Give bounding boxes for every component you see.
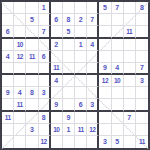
cell-r12c9-given[interactable]: 3 — [99, 136, 111, 148]
cell-r5c6-empty[interactable] — [63, 51, 75, 63]
cell-r2c12-empty[interactable] — [136, 14, 148, 26]
cell-r7c9-given[interactable]: 12 — [99, 75, 111, 87]
cell-r3c9-empty[interactable] — [99, 26, 111, 38]
cell-r11c9-empty[interactable] — [99, 124, 111, 136]
cell-r8c8-empty[interactable] — [87, 87, 99, 99]
cell-r8c10-empty[interactable] — [112, 87, 124, 99]
cell-r2c8-given[interactable]: 7 — [87, 14, 99, 26]
cell-r2c3-given[interactable]: 5 — [26, 14, 38, 26]
cell-r2c7-given[interactable]: 2 — [75, 14, 87, 26]
cell-r1c5-empty[interactable] — [51, 2, 63, 14]
cell-r4c7-given[interactable]: 1 — [75, 39, 87, 51]
cell-r3c1-given[interactable]: 6 — [2, 26, 14, 38]
cell-r12c3-empty[interactable] — [26, 136, 38, 148]
cell-r9c9-empty[interactable] — [99, 99, 111, 111]
cell-r9c12-empty[interactable] — [136, 99, 148, 111]
cell-r7c12-given[interactable]: 3 — [136, 75, 148, 87]
cell-r11c3-given[interactable]: 3 — [26, 124, 38, 136]
cell-r3c10-empty[interactable] — [112, 26, 124, 38]
cell-r12c4-given[interactable]: 12 — [39, 136, 51, 148]
cell-r2c9-empty[interactable] — [99, 14, 111, 26]
cell-r10c8-empty[interactable] — [87, 112, 99, 124]
cell-r8c5-empty[interactable] — [51, 87, 63, 99]
cell-r4c3-empty[interactable] — [26, 39, 38, 51]
cell-r6c8-empty[interactable] — [87, 63, 99, 75]
cell-r5c7-empty[interactable] — [75, 51, 87, 63]
cell-r10c4-given[interactable]: 8 — [39, 112, 51, 124]
cell-r2c11-empty[interactable] — [124, 14, 136, 26]
cell-r9c6-empty[interactable] — [63, 99, 75, 111]
cell-r1c2-empty[interactable] — [14, 2, 26, 14]
cell-r5c3-given[interactable]: 11 — [26, 51, 38, 63]
cell-r3c7-empty[interactable] — [75, 26, 87, 38]
cell-r3c3-empty[interactable] — [26, 26, 38, 38]
cell-r10c10-empty[interactable] — [112, 112, 124, 124]
cell-r10c12-empty[interactable] — [136, 112, 148, 124]
cell-r9c2-given[interactable]: 11 — [14, 99, 26, 111]
cell-r3c5-empty[interactable] — [51, 26, 63, 38]
cell-r11c5-given[interactable]: 10 — [51, 124, 63, 136]
cell-r5c2-given[interactable]: 12 — [14, 51, 26, 63]
cell-r5c11-empty[interactable] — [124, 51, 136, 63]
cell-r10c1-given[interactable]: 11 — [2, 112, 14, 124]
cell-r4c8-given[interactable]: 4 — [87, 39, 99, 51]
cell-r4c4-empty[interactable] — [39, 39, 51, 51]
cell-r1c6-empty[interactable] — [63, 2, 75, 14]
sudoku-board: 1578568276751110214412116119474121039483… — [0, 0, 150, 150]
cell-r8c2-given[interactable]: 4 — [14, 87, 26, 99]
cell-r7c1-empty[interactable] — [2, 75, 14, 87]
cell-r6c5-given[interactable]: 11 — [51, 63, 63, 75]
cell-r2c5-given[interactable]: 6 — [51, 14, 63, 26]
cell-r4c9-empty[interactable] — [99, 39, 111, 51]
cell-r10c2-empty[interactable] — [14, 112, 26, 124]
cell-r8c7-empty[interactable] — [75, 87, 87, 99]
cell-r12c7-empty[interactable] — [75, 136, 87, 148]
cell-r1c4-given[interactable]: 1 — [39, 2, 51, 14]
cell-r10c3-empty[interactable] — [26, 112, 38, 124]
cell-r2c4-empty[interactable] — [39, 14, 51, 26]
cell-r5c1-given[interactable]: 4 — [2, 51, 14, 63]
cell-r6c2-empty[interactable] — [14, 63, 26, 75]
cell-r11c12-empty[interactable] — [136, 124, 148, 136]
cell-r3c2-empty[interactable] — [14, 26, 26, 38]
cell-r9c1-empty[interactable] — [2, 99, 14, 111]
cell-r1c10-given[interactable]: 7 — [112, 2, 124, 14]
cell-r4c2-given[interactable]: 10 — [14, 39, 26, 51]
cell-r2c1-empty[interactable] — [2, 14, 14, 26]
cell-r3c6-given[interactable]: 5 — [63, 26, 75, 38]
cell-r6c9-given[interactable]: 9 — [99, 63, 111, 75]
cell-r7c4-empty[interactable] — [39, 75, 51, 87]
cell-r9c10-empty[interactable] — [112, 99, 124, 111]
cell-r7c5-given[interactable]: 4 — [51, 75, 63, 87]
cell-r10c11-given[interactable]: 7 — [124, 112, 136, 124]
cell-r2c2-empty[interactable] — [14, 14, 26, 26]
cell-r3c12-empty[interactable] — [136, 26, 148, 38]
cell-r4c11-empty[interactable] — [124, 39, 136, 51]
cell-r1c3-empty[interactable] — [26, 2, 38, 14]
cell-r10c7-empty[interactable] — [75, 112, 87, 124]
cell-r12c2-empty[interactable] — [14, 136, 26, 148]
cell-r8c4-given[interactable]: 3 — [39, 87, 51, 99]
cell-r1c12-given[interactable]: 8 — [136, 2, 148, 14]
cell-r1c11-empty[interactable] — [124, 2, 136, 14]
cell-r1c1-empty[interactable] — [2, 2, 14, 14]
cell-r6c7-empty[interactable] — [75, 63, 87, 75]
cell-r12c6-empty[interactable] — [63, 136, 75, 148]
cell-r9c3-empty[interactable] — [26, 99, 38, 111]
cell-r12c11-empty[interactable] — [124, 136, 136, 148]
cell-r5c10-empty[interactable] — [112, 51, 124, 63]
cell-r5c12-empty[interactable] — [136, 51, 148, 63]
cell-r2c10-empty[interactable] — [112, 14, 124, 26]
cell-r1c8-empty[interactable] — [87, 2, 99, 14]
cell-r11c11-empty[interactable] — [124, 124, 136, 136]
cell-r12c1-empty[interactable] — [2, 136, 14, 148]
cell-r9c5-given[interactable]: 9 — [51, 99, 63, 111]
cell-r8c11-empty[interactable] — [124, 87, 136, 99]
cell-r3c4-given[interactable]: 7 — [39, 26, 51, 38]
cell-r6c1-empty[interactable] — [2, 63, 14, 75]
cell-r4c12-empty[interactable] — [136, 39, 148, 51]
cell-r3c8-empty[interactable] — [87, 26, 99, 38]
cell-r4c10-empty[interactable] — [112, 39, 124, 51]
cell-r6c10-given[interactable]: 4 — [112, 63, 124, 75]
cell-r11c8-given[interactable]: 12 — [87, 124, 99, 136]
cell-r5c5-empty[interactable] — [51, 51, 63, 63]
cell-r12c8-empty[interactable] — [87, 136, 99, 148]
cell-r11c10-empty[interactable] — [112, 124, 124, 136]
cell-r9c4-empty[interactable] — [39, 99, 51, 111]
cell-r12c5-empty[interactable] — [51, 136, 63, 148]
cell-r7c6-empty[interactable] — [63, 75, 75, 87]
cell-r2c6-given[interactable]: 8 — [63, 14, 75, 26]
cell-r12c10-given[interactable]: 5 — [112, 136, 124, 148]
cell-r1c9-given[interactable]: 5 — [99, 2, 111, 14]
cell-r9c8-given[interactable]: 3 — [87, 99, 99, 111]
cell-r5c4-given[interactable]: 6 — [39, 51, 51, 63]
cell-r8c3-given[interactable]: 8 — [26, 87, 38, 99]
cell-r11c7-given[interactable]: 11 — [75, 124, 87, 136]
cell-r4c5-given[interactable]: 2 — [51, 39, 63, 51]
cell-r6c11-empty[interactable] — [124, 63, 136, 75]
cell-r6c12-given[interactable]: 7 — [136, 63, 148, 75]
cell-r6c6-empty[interactable] — [63, 63, 75, 75]
cell-r9c7-given[interactable]: 6 — [75, 99, 87, 111]
cell-r5c9-empty[interactable] — [99, 51, 111, 63]
cell-r7c2-empty[interactable] — [14, 75, 26, 87]
cell-r7c8-empty[interactable] — [87, 75, 99, 87]
cell-r4c1-empty[interactable] — [2, 39, 14, 51]
cell-r12c12-given[interactable]: 11 — [136, 136, 148, 148]
cell-r7c7-empty[interactable] — [75, 75, 87, 87]
cell-r7c3-empty[interactable] — [26, 75, 38, 87]
cell-r1c7-empty[interactable] — [75, 2, 87, 14]
cell-r3c11-given[interactable]: 11 — [124, 26, 136, 38]
cell-r6c3-empty[interactable] — [26, 63, 38, 75]
cell-r8c1-given[interactable]: 9 — [2, 87, 14, 99]
cell-r10c6-given[interactable]: 9 — [63, 112, 75, 124]
cell-r11c4-empty[interactable] — [39, 124, 51, 136]
cell-r11c2-empty[interactable] — [14, 124, 26, 136]
cell-r4c6-empty[interactable] — [63, 39, 75, 51]
cell-r10c5-empty[interactable] — [51, 112, 63, 124]
cell-r8c9-empty[interactable] — [99, 87, 111, 99]
cell-r7c10-given[interactable]: 10 — [112, 75, 124, 87]
cell-r10c9-empty[interactable] — [99, 112, 111, 124]
cell-r7c11-empty[interactable] — [124, 75, 136, 87]
cell-r11c1-empty[interactable] — [2, 124, 14, 136]
cell-r9c11-empty[interactable] — [124, 99, 136, 111]
cell-r11c6-given[interactable]: 1 — [63, 124, 75, 136]
cell-r6c4-empty[interactable] — [39, 63, 51, 75]
cell-r8c6-empty[interactable] — [63, 87, 75, 99]
cell-r5c8-empty[interactable] — [87, 51, 99, 63]
cell-r8c12-empty[interactable] — [136, 87, 148, 99]
